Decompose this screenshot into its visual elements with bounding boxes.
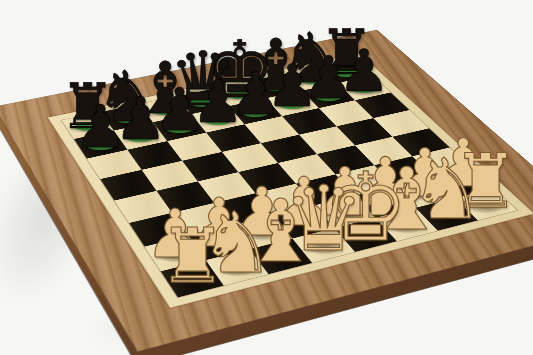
square-c1 [249, 239, 312, 275]
square-c2 [231, 215, 292, 249]
square-b5 [142, 161, 198, 191]
product-photo-scene: ♜♞♝♛♚♝♞♜♟♟♟♟♟♟♟♟♟♟♟♟♟♟♟♟♜♞♝♛♚♝♞♜ [0, 0, 533, 355]
square-f2 [355, 186, 416, 218]
square-a1 [161, 260, 224, 297]
square-d3 [256, 184, 315, 216]
square-g1 [416, 198, 478, 231]
board-playing-field [62, 60, 517, 298]
square-d1 [292, 228, 355, 263]
square-b3 [172, 203, 231, 236]
square-h1 [455, 188, 517, 220]
square-a3 [129, 213, 188, 247]
square-g2 [394, 177, 454, 208]
square-f3 [335, 165, 394, 195]
square-c4 [198, 172, 256, 203]
square-b2 [188, 226, 249, 261]
square-e3 [296, 174, 355, 205]
square-d4 [238, 163, 296, 193]
square-c3 [214, 193, 273, 225]
square-f1 [375, 208, 437, 241]
square-e1 [334, 218, 396, 252]
square-a2 [145, 236, 206, 271]
square-h2 [433, 167, 493, 198]
square-e2 [315, 196, 376, 228]
square-a5 [100, 170, 156, 201]
square-a4 [114, 191, 172, 223]
square-b4 [157, 181, 215, 212]
chess-board [0, 30, 533, 352]
board-frame [0, 30, 533, 352]
square-b1 [206, 249, 269, 285]
square-d2 [273, 205, 334, 238]
